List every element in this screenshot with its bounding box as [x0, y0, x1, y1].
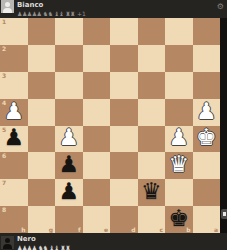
square-d4[interactable]: [110, 99, 138, 126]
piece-white-pawn[interactable]: ♟: [168, 126, 189, 149]
square-e4[interactable]: [83, 99, 111, 126]
square-g3[interactable]: [28, 72, 56, 99]
white-player-info: Bianco ♟♟♟♟♟ ♞♞ ♝♝ ♜♜+1: [17, 1, 86, 17]
square-h1[interactable]: 1: [0, 18, 28, 45]
square-b6[interactable]: ♛: [165, 152, 193, 179]
right-side-strip: [220, 18, 227, 233]
file-label-f: f: [78, 226, 81, 233]
material-advantage-badge: +1: [77, 10, 86, 17]
square-a1[interactable]: [193, 18, 221, 45]
square-g2[interactable]: [28, 45, 56, 72]
avatar-body-icon: [3, 244, 12, 249]
square-a3[interactable]: [193, 72, 221, 99]
square-b4[interactable]: [165, 99, 193, 126]
square-c3[interactable]: [138, 72, 166, 99]
file-label-h: h: [21, 226, 25, 233]
square-d1[interactable]: [110, 18, 138, 45]
square-h4[interactable]: 4♟: [0, 99, 28, 126]
square-d6[interactable]: [110, 152, 138, 179]
square-f1[interactable]: [55, 18, 83, 45]
square-b7[interactable]: [165, 179, 193, 206]
square-h6[interactable]: 6: [0, 152, 28, 179]
rank-label-7: 7: [2, 179, 6, 186]
file-label-g: g: [49, 226, 53, 233]
square-b3[interactable]: [165, 72, 193, 99]
square-e6[interactable]: [83, 152, 111, 179]
settings-gear-icon[interactable]: ⚙: [217, 2, 224, 12]
square-g1[interactable]: [28, 18, 56, 45]
file-label-a: a: [214, 226, 218, 233]
square-e7[interactable]: [83, 179, 111, 206]
square-c4[interactable]: [138, 99, 166, 126]
white-captured-row: ♟♟♟♟♟ ♞♞ ♝♝ ♜♜+1: [17, 10, 86, 17]
piece-white-pawn[interactable]: ♟: [3, 100, 24, 123]
square-a5[interactable]: ♚: [193, 126, 221, 153]
rank-label-2: 2: [2, 45, 6, 52]
square-h5[interactable]: 5♟: [0, 126, 28, 153]
black-captured-row: ♟♟♟♟ ♞♞ ♝♝ ♜♜: [17, 244, 70, 250]
square-c8[interactable]: c: [138, 206, 166, 233]
rank-label-3: 3: [2, 72, 6, 79]
black-player-name: Nero: [17, 235, 70, 244]
square-g8[interactable]: g: [28, 206, 56, 233]
square-h2[interactable]: 2: [0, 45, 28, 72]
square-f2[interactable]: [55, 45, 83, 72]
square-c6[interactable]: [138, 152, 166, 179]
file-label-c: c: [159, 226, 163, 233]
rank-label-6: 6: [2, 152, 6, 159]
piece-black-pawn[interactable]: ♟: [3, 126, 24, 149]
square-e1[interactable]: [83, 18, 111, 45]
avatar-head-icon: [5, 2, 10, 7]
file-label-d: d: [131, 226, 135, 233]
square-b5[interactable]: ♟: [165, 126, 193, 153]
square-g4[interactable]: [28, 99, 56, 126]
square-a4[interactable]: ♟: [193, 99, 221, 126]
avatar-head-icon: [5, 238, 10, 243]
tooltip-mark-icon: [223, 212, 226, 216]
rank-label-8: 8: [2, 206, 6, 213]
square-a2[interactable]: [193, 45, 221, 72]
square-h3[interactable]: 3: [0, 72, 28, 99]
file-label-e: e: [104, 226, 108, 233]
square-d7[interactable]: [110, 179, 138, 206]
square-c5[interactable]: [138, 126, 166, 153]
square-b1[interactable]: [165, 18, 193, 45]
square-a6[interactable]: [193, 152, 221, 179]
square-g6[interactable]: [28, 152, 56, 179]
square-a7[interactable]: [193, 179, 221, 206]
white-player-name: Bianco: [17, 1, 86, 10]
square-a8[interactable]: a: [193, 206, 221, 233]
square-f6[interactable]: ♟: [55, 152, 83, 179]
square-e8[interactable]: e: [83, 206, 111, 233]
square-d3[interactable]: [110, 72, 138, 99]
cutoff-tooltip[interactable]: [221, 209, 227, 219]
piece-white-king[interactable]: ♚: [196, 126, 217, 149]
black-player-info: Nero ♟♟♟♟ ♞♞ ♝♝ ♜♜: [17, 235, 70, 250]
bottom-player-bar: Nero ♟♟♟♟ ♞♞ ♝♝ ♜♜: [0, 233, 227, 250]
square-c7[interactable]: ♛: [138, 179, 166, 206]
black-player-avatar[interactable]: [1, 236, 14, 249]
piece-white-pawn[interactable]: ♟: [58, 126, 79, 149]
avatar-body-icon: [3, 8, 12, 13]
chess-board: 1234♟♟5♟♟♟♚6♟♛7♟♛8hgfedcb♚a: [0, 18, 220, 233]
square-d5[interactable]: [110, 126, 138, 153]
square-f3[interactable]: [55, 72, 83, 99]
square-f8[interactable]: f: [55, 206, 83, 233]
square-h7[interactable]: 7: [0, 179, 28, 206]
square-e5[interactable]: [83, 126, 111, 153]
piece-black-pawn[interactable]: ♟: [58, 180, 79, 203]
piece-black-pawn[interactable]: ♟: [58, 153, 79, 176]
piece-black-queen[interactable]: ♛: [141, 180, 162, 203]
square-e3[interactable]: [83, 72, 111, 99]
square-f7[interactable]: ♟: [55, 179, 83, 206]
piece-white-pawn[interactable]: ♟: [196, 100, 217, 123]
square-c1[interactable]: [138, 18, 166, 45]
chess-game-window: Bianco ♟♟♟♟♟ ♞♞ ♝♝ ♜♜+1 ⚙ 1234♟♟5♟♟♟♚6♟♛…: [0, 0, 227, 250]
square-g7[interactable]: [28, 179, 56, 206]
square-f4[interactable]: [55, 99, 83, 126]
square-c2[interactable]: [138, 45, 166, 72]
square-e2[interactable]: [83, 45, 111, 72]
captured-black-pieces: ♟♟♟♟♟ ♞♞ ♝♝ ♜♜: [17, 10, 75, 17]
square-f5[interactable]: ♟: [55, 126, 83, 153]
square-d2[interactable]: [110, 45, 138, 72]
square-h8[interactable]: 8h: [0, 206, 28, 233]
square-g5[interactable]: [28, 126, 56, 153]
square-b2[interactable]: [165, 45, 193, 72]
piece-black-king[interactable]: ♚: [168, 207, 189, 230]
square-d8[interactable]: d: [110, 206, 138, 233]
piece-white-queen[interactable]: ♛: [168, 153, 189, 176]
square-b8[interactable]: b♚: [165, 206, 193, 233]
captured-white-pieces: ♟♟♟♟ ♞♞ ♝♝ ♜♜: [17, 244, 70, 250]
top-player-bar: Bianco ♟♟♟♟♟ ♞♞ ♝♝ ♜♜+1 ⚙: [0, 0, 227, 18]
rank-label-1: 1: [2, 18, 6, 25]
white-player-avatar[interactable]: [1, 0, 14, 13]
